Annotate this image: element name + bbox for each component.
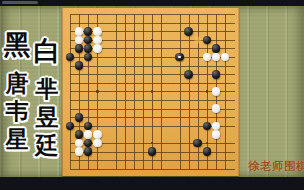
- black-stone: [75, 61, 84, 70]
- white-label: 白: [34, 35, 61, 67]
- black-name-char-2: 韦: [6, 97, 29, 125]
- white-stone: [93, 130, 102, 139]
- letterbox-top: [0, 0, 304, 6]
- brand-text: 徐老师围棋教室: [248, 159, 304, 174]
- white-stone: [212, 130, 221, 139]
- black-stone: [84, 27, 93, 36]
- black-stone: [212, 44, 221, 53]
- white-stone: [93, 27, 102, 36]
- black-stone: [184, 70, 193, 79]
- black-stone: [184, 27, 193, 36]
- black-stone: [75, 44, 84, 53]
- go-board: [62, 8, 239, 176]
- black-stone: [175, 53, 184, 62]
- white-stone: [93, 139, 102, 148]
- black-name-char-3: 星: [6, 125, 29, 153]
- black-stone: [212, 70, 221, 79]
- white-name-char-2: 昱: [36, 103, 59, 131]
- star-point: [96, 90, 99, 93]
- player-column-black: 黑 唐 韦 星: [2, 29, 32, 153]
- highlight-marker: [195, 37, 201, 43]
- white-stone: [212, 87, 221, 96]
- window-title-blur: [2, 1, 38, 4]
- black-label: 黑: [4, 29, 31, 61]
- white-stone: [93, 44, 102, 53]
- black-stone: [84, 44, 93, 53]
- player-column-white: 白 芈 昱 廷: [32, 35, 62, 159]
- white-name-char-1: 芈: [36, 75, 59, 103]
- star-point: [206, 90, 209, 93]
- black-stone: [203, 147, 212, 156]
- white-stone: [84, 130, 93, 139]
- white-name-char-3: 廷: [36, 131, 59, 159]
- white-stone: [93, 36, 102, 45]
- black-name-char-1: 唐: [6, 69, 29, 97]
- black-stone: [75, 113, 84, 122]
- black-stone: [75, 130, 84, 139]
- white-stone: [75, 27, 84, 36]
- last-move-marker: [178, 56, 181, 59]
- letterbox-bottom: [0, 177, 304, 190]
- video-frame: 黑 唐 韦 星 白 芈 昱 廷 徐老师围棋教室: [0, 0, 304, 190]
